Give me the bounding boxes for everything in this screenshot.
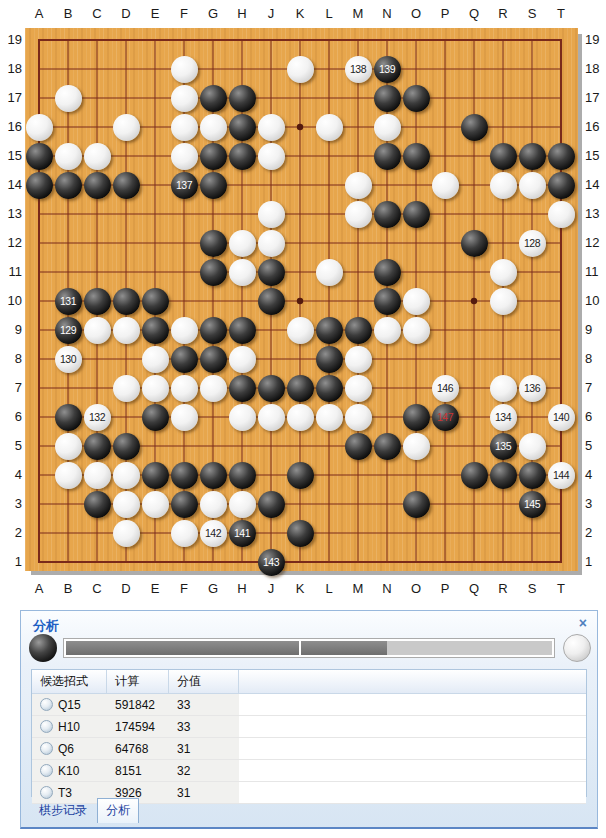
stone-black-O15 [403,143,430,170]
stone-black-G17 [200,85,227,112]
stone-black-N11 [374,259,401,286]
col-label-bottom-F: F [174,581,194,596]
stone-ball-icon [40,720,53,733]
move-number-145: 145 [524,499,540,510]
row-label-right-7: 7 [585,380,606,395]
move-number-129: 129 [60,325,76,336]
move-number-134: 134 [495,412,511,423]
candidate-move-label: T3 [58,786,72,800]
stone-white-B15 [55,143,82,170]
row-spacer [239,716,586,737]
stone-white-M13 [345,201,372,228]
stone-black-M5 [345,433,372,460]
analysis-panel-area: 分析 × 候选招式 计算 分值 Q1559184233H1017459433Q6… [0,600,606,838]
stone-black-F4 [171,462,198,489]
row-label-right-16: 16 [585,119,606,134]
stone-white-L16 [316,114,343,141]
stone-black-P6: 147 [432,404,459,431]
row-spacer [239,782,586,803]
stone-black-L7 [316,375,343,402]
stone-black-S15 [519,143,546,170]
row-label-left-1: 1 [0,554,22,569]
move-number-138: 138 [350,64,366,75]
stone-black-J7 [258,375,285,402]
stone-white-F16 [171,114,198,141]
row-label-left-8: 8 [0,351,22,366]
stone-black-G4 [200,462,227,489]
calculations-value: 8151 [107,760,169,781]
stone-white-H8 [229,346,256,373]
stone-white-E3 [142,491,169,518]
col-label-bottom-N: N [377,581,397,596]
stone-white-M14 [345,172,372,199]
move-number-143: 143 [263,557,279,568]
candidate-row-Q6[interactable]: Q66476831 [32,738,586,760]
row-label-left-15: 15 [0,148,22,163]
row-label-right-14: 14 [585,177,606,192]
col-label-bottom-H: H [232,581,252,596]
move-number-131: 131 [60,296,76,307]
stone-ball-icon [40,764,53,777]
stone-black-E10 [142,288,169,315]
row-label-left-14: 14 [0,177,22,192]
score-value: 33 [169,716,239,737]
stone-black-G8 [200,346,227,373]
move-number-139: 139 [379,64,395,75]
stone-white-D16 [113,114,140,141]
move-number-144: 144 [553,470,569,481]
stone-black-L8 [316,346,343,373]
row-label-right-8: 8 [585,351,606,366]
stone-white-A16 [26,114,53,141]
stone-white-L11 [316,259,343,286]
stone-white-R14 [490,172,517,199]
candidate-move-label: Q15 [58,698,81,712]
stone-white-J6 [258,404,285,431]
col-label-bottom-K: K [290,581,310,596]
candidate-row-Q15[interactable]: Q1559184233 [32,694,586,716]
white-stone-icon [563,634,591,662]
col-label-top-O: O [406,6,426,21]
col-label-bottom-P: P [435,581,455,596]
stone-white-N16 [374,114,401,141]
col-label-top-P: P [435,6,455,21]
stone-black-N18: 139 [374,56,401,83]
stone-black-O3 [403,491,430,518]
go-app-window: AABBCCDDEEFFGGHHJJKKLLMMNNOOPPQQRRSSTT19… [0,0,606,838]
row-label-left-4: 4 [0,467,22,482]
move-number-130: 130 [60,354,76,365]
row-label-right-6: 6 [585,409,606,424]
row-label-left-5: 5 [0,438,22,453]
row-label-left-13: 13 [0,206,22,221]
stone-black-J11 [258,259,285,286]
stone-black-R15 [490,143,517,170]
stone-black-G14 [200,172,227,199]
row-label-right-4: 4 [585,467,606,482]
candidate-row-H10[interactable]: H1017459433 [32,716,586,738]
stone-white-S12: 128 [519,230,546,257]
row-label-right-9: 9 [585,322,606,337]
col-label-bottom-O: O [406,581,426,596]
col-label-top-J: J [261,6,281,21]
col-label-top-L: L [319,6,339,21]
col-label-top-H: H [232,6,252,21]
stone-white-B5 [55,433,82,460]
row-label-right-5: 5 [585,438,606,453]
row-label-left-11: 11 [0,264,22,279]
col-label-bottom-E: E [145,581,165,596]
stone-black-J1: 143 [258,549,285,576]
stone-black-R5: 135 [490,433,517,460]
stone-black-H7 [229,375,256,402]
stone-white-F15 [171,143,198,170]
stone-white-F7 [171,375,198,402]
calculations-value: 64768 [107,738,169,759]
stone-white-D7 [113,375,140,402]
stone-black-F3 [171,491,198,518]
stone-ball-icon [40,698,53,711]
stone-black-N5 [374,433,401,460]
stone-white-R11 [490,259,517,286]
stone-black-E9 [142,317,169,344]
row-spacer [239,694,586,715]
stone-black-E6 [142,404,169,431]
evaluation-bar-fill [66,641,387,655]
stone-black-T14 [548,172,575,199]
row-label-right-19: 19 [585,32,606,47]
stone-black-G12 [200,230,227,257]
stone-black-B6 [55,404,82,431]
stone-black-H17 [229,85,256,112]
candidate-move-label: H10 [58,720,80,734]
stone-white-L6 [316,404,343,431]
col-label-bottom-D: D [116,581,136,596]
stone-white-G2: 142 [200,520,227,547]
score-value: 31 [169,782,239,803]
col-label-bottom-Q: Q [464,581,484,596]
black-stone-icon [29,634,57,662]
stone-black-H15 [229,143,256,170]
stone-white-C6: 132 [84,404,111,431]
col-label-top-A: A [29,6,49,21]
candidate-move-label: Q6 [58,742,74,756]
row-label-left-6: 6 [0,409,22,424]
col-label-top-T: T [551,6,571,21]
calculations-value: 174594 [107,716,169,737]
col-label-bottom-C: C [87,581,107,596]
stone-white-G3 [200,491,227,518]
stone-black-J3 [258,491,285,518]
stone-black-T15 [548,143,575,170]
move-number-140: 140 [553,412,569,423]
stone-black-B10: 131 [55,288,82,315]
move-number-132: 132 [89,412,105,423]
stone-white-J15 [258,143,285,170]
stone-white-H3 [229,491,256,518]
stone-white-H11 [229,259,256,286]
col-label-bottom-L: L [319,581,339,596]
col-label-top-K: K [290,6,310,21]
stone-black-O13 [403,201,430,228]
row-label-left-17: 17 [0,90,22,105]
row-label-right-3: 3 [585,496,606,511]
move-number-136: 136 [524,383,540,394]
stone-white-M8 [345,346,372,373]
header-empty [239,670,586,693]
stone-white-G16 [200,114,227,141]
stone-black-H16 [229,114,256,141]
row-label-right-10: 10 [585,293,606,308]
stone-black-K2 [287,520,314,547]
col-label-top-D: D [116,6,136,21]
stone-white-T6: 140 [548,404,575,431]
col-label-bottom-S: S [522,581,542,596]
stone-black-Q4 [461,462,488,489]
row-label-right-13: 13 [585,206,606,221]
row-label-right-12: 12 [585,235,606,250]
stone-white-F2 [171,520,198,547]
panel-tabs: 棋步记录分析 [31,801,139,823]
col-label-top-Q: Q [464,6,484,21]
stone-black-N17 [374,85,401,112]
stone-white-S14 [519,172,546,199]
stone-black-O6 [403,404,430,431]
stone-white-M6 [345,404,372,431]
col-label-top-M: M [348,6,368,21]
stone-black-Q12 [461,230,488,257]
row-label-left-9: 9 [0,322,22,337]
move-number-128: 128 [524,238,540,249]
row-label-right-11: 11 [585,264,606,279]
analysis-panel: 分析 × 候选招式 计算 分值 Q1559184233H1017459433Q6… [20,610,598,829]
stone-black-F14: 137 [171,172,198,199]
stone-ball-icon [40,742,53,755]
stone-white-J13 [258,201,285,228]
stone-black-C10 [84,288,111,315]
row-label-left-2: 2 [0,525,22,540]
stone-white-S7: 136 [519,375,546,402]
stone-black-F8 [171,346,198,373]
stone-black-H2: 141 [229,520,256,547]
header-score: 分值 [169,670,239,693]
stone-white-O5 [403,433,430,460]
stone-white-D2 [113,520,140,547]
stone-black-N13 [374,201,401,228]
col-label-top-E: E [145,6,165,21]
col-label-top-F: F [174,6,194,21]
stone-white-P14 [432,172,459,199]
stone-white-M18: 138 [345,56,372,83]
header-calculations: 计算 [107,670,169,693]
candidate-move-label: K10 [58,764,79,778]
row-label-right-15: 15 [585,148,606,163]
stone-white-H6 [229,404,256,431]
stone-black-N10 [374,288,401,315]
stone-black-D10 [113,288,140,315]
stone-white-O9 [403,317,430,344]
stone-white-F17 [171,85,198,112]
row-label-left-7: 7 [0,380,22,395]
stone-black-L9 [316,317,343,344]
stone-white-K6 [287,404,314,431]
candidate-row-K10[interactable]: K10815132 [32,760,586,782]
close-icon[interactable]: × [579,615,587,631]
stone-white-J16 [258,114,285,141]
stone-white-M7 [345,375,372,402]
row-spacer [239,738,586,759]
tab-棋步记录[interactable]: 棋步记录 [31,799,95,823]
stone-white-F9 [171,317,198,344]
stone-black-C5 [84,433,111,460]
move-number-146: 146 [437,383,453,394]
col-label-top-G: G [203,6,223,21]
stone-white-K18 [287,56,314,83]
stone-black-K7 [287,375,314,402]
stone-white-T4: 144 [548,462,575,489]
stone-white-D3 [113,491,140,518]
stone-white-G7 [200,375,227,402]
col-label-bottom-M: M [348,581,368,596]
stone-white-P7: 146 [432,375,459,402]
row-label-right-18: 18 [585,61,606,76]
stone-black-B9: 129 [55,317,82,344]
row-spacer [239,760,586,781]
score-value: 33 [169,694,239,715]
stone-white-T13 [548,201,575,228]
stone-black-A14 [26,172,53,199]
row-label-left-16: 16 [0,119,22,134]
col-label-top-N: N [377,6,397,21]
stone-black-K4 [287,462,314,489]
stone-white-H12 [229,230,256,257]
col-label-top-C: C [87,6,107,21]
stone-black-J10 [258,288,285,315]
stone-white-R7 [490,375,517,402]
evaluation-bar-track [66,641,552,655]
col-label-bottom-A: A [29,581,49,596]
stone-white-E8 [142,346,169,373]
col-label-bottom-T: T [551,581,571,596]
col-label-bottom-R: R [493,581,513,596]
score-value: 32 [169,760,239,781]
stone-black-G9 [200,317,227,344]
stone-white-R10 [490,288,517,315]
move-number-135: 135 [495,441,511,452]
panel-title: 分析 [33,617,59,635]
move-number-137: 137 [176,180,192,191]
row-label-right-2: 2 [585,525,606,540]
stone-white-F6 [171,404,198,431]
stone-white-J12 [258,230,285,257]
stone-white-C4 [84,462,111,489]
stone-black-C14 [84,172,111,199]
evaluation-bar [63,638,555,658]
stone-black-D14 [113,172,140,199]
go-board-area: AABBCCDDEEFFGGHHJJKKLLMMNNOOPPQQRRSSTT19… [0,0,606,600]
stone-black-A15 [26,143,53,170]
stone-white-B17 [55,85,82,112]
stone-white-B8: 130 [55,346,82,373]
stone-black-D5 [113,433,140,460]
row-label-left-19: 19 [0,32,22,47]
stone-black-M9 [345,317,372,344]
stone-white-R6: 134 [490,404,517,431]
move-number-147: 147 [437,412,453,423]
score-value: 31 [169,738,239,759]
stone-white-E7 [142,375,169,402]
candidate-moves-table: 候选招式 计算 分值 Q1559184233H1017459433Q664768… [31,669,587,797]
col-label-top-R: R [493,6,513,21]
stone-black-B14 [55,172,82,199]
stone-white-D9 [113,317,140,344]
header-candidate-move: 候选招式 [32,670,107,693]
stone-white-C9 [84,317,111,344]
stone-white-N9 [374,317,401,344]
stone-white-S5 [519,433,546,460]
row-label-left-10: 10 [0,293,22,308]
move-number-142: 142 [205,528,221,539]
stone-white-F18 [171,56,198,83]
stone-black-E4 [142,462,169,489]
row-label-left-18: 18 [0,61,22,76]
stone-white-D4 [113,462,140,489]
row-label-right-1: 1 [585,554,606,569]
evaluation-bar-marker [299,641,301,655]
stone-black-S3: 145 [519,491,546,518]
stone-black-S4 [519,462,546,489]
stone-black-O17 [403,85,430,112]
stone-white-C15 [84,143,111,170]
row-label-left-12: 12 [0,235,22,250]
stone-white-B4 [55,462,82,489]
stone-black-H4 [229,462,256,489]
stone-black-G15 [200,143,227,170]
stone-black-N15 [374,143,401,170]
col-label-bottom-J: J [261,581,281,596]
stone-white-K9 [287,317,314,344]
col-label-top-B: B [58,6,78,21]
row-label-left-3: 3 [0,496,22,511]
tab-分析[interactable]: 分析 [97,798,139,823]
move-number-141: 141 [234,528,250,539]
col-label-bottom-G: G [203,581,223,596]
stone-black-H9 [229,317,256,344]
stone-white-O10 [403,288,430,315]
table-body: Q1559184233H1017459433Q66476831K10815132… [32,694,586,804]
stone-black-Q16 [461,114,488,141]
stone-black-C3 [84,491,111,518]
table-header-row: 候选招式 计算 分值 [32,670,586,694]
col-label-top-S: S [522,6,542,21]
stone-black-R4 [490,462,517,489]
calculations-value: 591842 [107,694,169,715]
stone-black-G11 [200,259,227,286]
stone-ball-icon [40,786,53,799]
col-label-bottom-B: B [58,581,78,596]
row-label-right-17: 17 [585,90,606,105]
